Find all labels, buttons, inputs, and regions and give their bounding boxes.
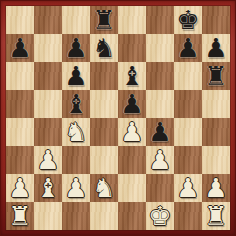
square-c6[interactable]: ♟ <box>62 62 90 90</box>
square-e5[interactable]: ♟ <box>118 90 146 118</box>
square-f8[interactable] <box>146 6 174 34</box>
square-f1[interactable]: ♚ <box>146 202 174 230</box>
square-a8[interactable] <box>6 6 34 34</box>
square-f4[interactable]: ♟ <box>146 118 174 146</box>
square-g3[interactable] <box>174 146 202 174</box>
square-h1[interactable]: ♜ <box>202 202 230 230</box>
square-c7[interactable]: ♟ <box>62 34 90 62</box>
square-c8[interactable] <box>62 6 90 34</box>
board-frame: ♜♚♟♟♞♟♟♟♝♜♝♟♞♟♟♟♟♟♝♟♞♟♟♜♚♜ <box>0 0 236 236</box>
piece-white-pawn-g2[interactable]: ♟ <box>174 174 202 202</box>
square-a3[interactable] <box>6 146 34 174</box>
square-d4[interactable] <box>90 118 118 146</box>
square-f7[interactable] <box>146 34 174 62</box>
piece-black-pawn-c6[interactable]: ♟ <box>62 62 90 90</box>
piece-white-bishop-b2[interactable]: ♝ <box>34 174 62 202</box>
square-b8[interactable] <box>34 6 62 34</box>
square-a7[interactable]: ♟ <box>6 34 34 62</box>
square-f6[interactable] <box>146 62 174 90</box>
square-d6[interactable] <box>90 62 118 90</box>
square-c1[interactable] <box>62 202 90 230</box>
square-f2[interactable] <box>146 174 174 202</box>
piece-white-rook-a1[interactable]: ♜ <box>6 202 34 230</box>
square-e7[interactable] <box>118 34 146 62</box>
square-f3[interactable]: ♟ <box>146 146 174 174</box>
square-d1[interactable] <box>90 202 118 230</box>
square-e4[interactable]: ♟ <box>118 118 146 146</box>
square-b1[interactable] <box>34 202 62 230</box>
piece-white-pawn-f3[interactable]: ♟ <box>146 146 174 174</box>
piece-white-pawn-a2[interactable]: ♟ <box>6 174 34 202</box>
square-b6[interactable] <box>34 62 62 90</box>
square-f5[interactable] <box>146 90 174 118</box>
piece-black-bishop-c5[interactable]: ♝ <box>62 90 90 118</box>
piece-white-pawn-c2[interactable]: ♟ <box>62 174 90 202</box>
piece-black-pawn-h7[interactable]: ♟ <box>202 34 230 62</box>
piece-black-pawn-f4[interactable]: ♟ <box>146 118 174 146</box>
square-h6[interactable]: ♜ <box>202 62 230 90</box>
piece-black-king-g8[interactable]: ♚ <box>174 6 202 34</box>
square-h7[interactable]: ♟ <box>202 34 230 62</box>
piece-black-pawn-e5[interactable]: ♟ <box>118 90 146 118</box>
square-g4[interactable] <box>174 118 202 146</box>
square-h2[interactable]: ♟ <box>202 174 230 202</box>
piece-black-pawn-g7[interactable]: ♟ <box>174 34 202 62</box>
square-e6[interactable]: ♝ <box>118 62 146 90</box>
square-e8[interactable] <box>118 6 146 34</box>
square-c3[interactable] <box>62 146 90 174</box>
square-d7[interactable]: ♞ <box>90 34 118 62</box>
square-a2[interactable]: ♟ <box>6 174 34 202</box>
square-b2[interactable]: ♝ <box>34 174 62 202</box>
piece-white-rook-h1[interactable]: ♜ <box>202 202 230 230</box>
square-g7[interactable]: ♟ <box>174 34 202 62</box>
square-b5[interactable] <box>34 90 62 118</box>
square-g1[interactable] <box>174 202 202 230</box>
square-b3[interactable]: ♟ <box>34 146 62 174</box>
piece-black-rook-h6[interactable]: ♜ <box>202 62 230 90</box>
square-d5[interactable] <box>90 90 118 118</box>
square-d8[interactable]: ♜ <box>90 6 118 34</box>
square-a5[interactable] <box>6 90 34 118</box>
square-e1[interactable] <box>118 202 146 230</box>
piece-white-king-f1[interactable]: ♚ <box>146 202 174 230</box>
square-g6[interactable] <box>174 62 202 90</box>
piece-white-pawn-h2[interactable]: ♟ <box>202 174 230 202</box>
square-g2[interactable]: ♟ <box>174 174 202 202</box>
piece-white-knight-d2[interactable]: ♞ <box>90 174 118 202</box>
piece-white-knight-c4[interactable]: ♞ <box>62 118 90 146</box>
square-h3[interactable] <box>202 146 230 174</box>
piece-black-knight-d7[interactable]: ♞ <box>90 34 118 62</box>
square-a6[interactable] <box>6 62 34 90</box>
square-h5[interactable] <box>202 90 230 118</box>
square-c2[interactable]: ♟ <box>62 174 90 202</box>
piece-black-pawn-c7[interactable]: ♟ <box>62 34 90 62</box>
square-a1[interactable]: ♜ <box>6 202 34 230</box>
piece-black-bishop-e6[interactable]: ♝ <box>118 62 146 90</box>
square-b4[interactable] <box>34 118 62 146</box>
square-b7[interactable] <box>34 34 62 62</box>
square-a4[interactable] <box>6 118 34 146</box>
square-h8[interactable] <box>202 6 230 34</box>
square-e3[interactable] <box>118 146 146 174</box>
piece-white-pawn-e4[interactable]: ♟ <box>118 118 146 146</box>
square-c5[interactable]: ♝ <box>62 90 90 118</box>
piece-white-pawn-b3[interactable]: ♟ <box>34 146 62 174</box>
square-g8[interactable]: ♚ <box>174 6 202 34</box>
square-h4[interactable] <box>202 118 230 146</box>
chess-board[interactable]: ♜♚♟♟♞♟♟♟♝♜♝♟♞♟♟♟♟♟♝♟♞♟♟♜♚♜ <box>6 6 230 230</box>
square-c4[interactable]: ♞ <box>62 118 90 146</box>
piece-black-pawn-a7[interactable]: ♟ <box>6 34 34 62</box>
square-d3[interactable] <box>90 146 118 174</box>
piece-black-rook-d8[interactable]: ♜ <box>90 6 118 34</box>
square-e2[interactable] <box>118 174 146 202</box>
square-g5[interactable] <box>174 90 202 118</box>
square-d2[interactable]: ♞ <box>90 174 118 202</box>
